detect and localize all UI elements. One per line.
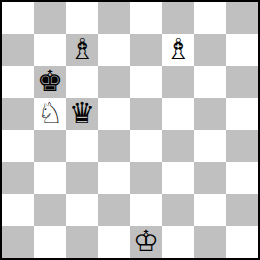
square-d8[interactable]: [98, 2, 130, 34]
square-c5[interactable]: ♛: [66, 98, 98, 130]
square-b4[interactable]: [34, 130, 66, 162]
piece-black-queen: ♛: [69, 98, 95, 129]
square-f6[interactable]: [162, 66, 194, 98]
square-c1[interactable]: [66, 226, 98, 258]
piece-white-king: ♔: [133, 226, 159, 257]
square-f5[interactable]: [162, 98, 194, 130]
square-f1[interactable]: [162, 226, 194, 258]
square-f8[interactable]: [162, 2, 194, 34]
square-g6[interactable]: [194, 66, 226, 98]
square-d1[interactable]: [98, 226, 130, 258]
square-e6[interactable]: [130, 66, 162, 98]
square-b3[interactable]: [34, 162, 66, 194]
square-e1[interactable]: ♔: [130, 226, 162, 258]
square-e3[interactable]: [130, 162, 162, 194]
chess-board: ♗♗♚♘♛♔: [2, 2, 258, 258]
square-a2[interactable]: [2, 194, 34, 226]
square-h5[interactable]: [226, 98, 258, 130]
square-c2[interactable]: [66, 194, 98, 226]
square-b6[interactable]: ♚: [34, 66, 66, 98]
square-d3[interactable]: [98, 162, 130, 194]
square-e8[interactable]: [130, 2, 162, 34]
square-c3[interactable]: [66, 162, 98, 194]
square-g3[interactable]: [194, 162, 226, 194]
square-c8[interactable]: [66, 2, 98, 34]
square-g5[interactable]: [194, 98, 226, 130]
square-h1[interactable]: [226, 226, 258, 258]
square-e2[interactable]: [130, 194, 162, 226]
square-e7[interactable]: [130, 34, 162, 66]
square-e4[interactable]: [130, 130, 162, 162]
square-f7[interactable]: ♗: [162, 34, 194, 66]
square-d5[interactable]: [98, 98, 130, 130]
board-frame: ♗♗♚♘♛♔: [0, 0, 260, 260]
square-c4[interactable]: [66, 130, 98, 162]
square-f2[interactable]: [162, 194, 194, 226]
square-b1[interactable]: [34, 226, 66, 258]
square-g7[interactable]: [194, 34, 226, 66]
square-g4[interactable]: [194, 130, 226, 162]
square-g8[interactable]: [194, 2, 226, 34]
square-g1[interactable]: [194, 226, 226, 258]
square-a7[interactable]: [2, 34, 34, 66]
square-b2[interactable]: [34, 194, 66, 226]
piece-white-bishop: ♗: [69, 34, 95, 65]
piece-white-bishop: ♗: [165, 34, 191, 65]
square-a6[interactable]: [2, 66, 34, 98]
square-d4[interactable]: [98, 130, 130, 162]
square-a4[interactable]: [2, 130, 34, 162]
square-a8[interactable]: [2, 2, 34, 34]
square-a1[interactable]: [2, 226, 34, 258]
square-g2[interactable]: [194, 194, 226, 226]
square-h2[interactable]: [226, 194, 258, 226]
square-h4[interactable]: [226, 130, 258, 162]
square-f3[interactable]: [162, 162, 194, 194]
square-a3[interactable]: [2, 162, 34, 194]
square-h6[interactable]: [226, 66, 258, 98]
square-b7[interactable]: [34, 34, 66, 66]
square-d2[interactable]: [98, 194, 130, 226]
square-c6[interactable]: [66, 66, 98, 98]
square-b8[interactable]: [34, 2, 66, 34]
square-f4[interactable]: [162, 130, 194, 162]
square-h8[interactable]: [226, 2, 258, 34]
square-b5[interactable]: ♘: [34, 98, 66, 130]
square-e5[interactable]: [130, 98, 162, 130]
piece-black-king: ♚: [37, 66, 63, 97]
square-c7[interactable]: ♗: [66, 34, 98, 66]
square-d7[interactable]: [98, 34, 130, 66]
square-d6[interactable]: [98, 66, 130, 98]
square-h3[interactable]: [226, 162, 258, 194]
square-a5[interactable]: [2, 98, 34, 130]
piece-white-knight: ♘: [37, 98, 63, 129]
square-h7[interactable]: [226, 34, 258, 66]
